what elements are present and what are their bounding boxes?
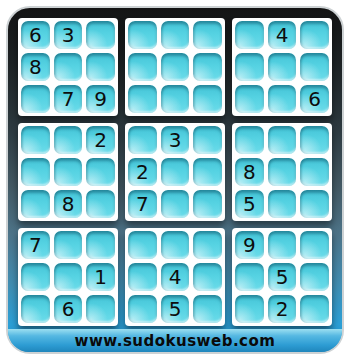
cell-r5c6[interactable] (193, 158, 222, 186)
cell-digit: 4 (276, 25, 289, 45)
cell-digit: 5 (276, 267, 289, 287)
cell-r8c4[interactable] (128, 263, 157, 291)
cell-r2c5[interactable] (161, 53, 190, 81)
cell-r1c6[interactable] (193, 21, 222, 49)
cell-r8c1[interactable] (21, 263, 50, 291)
cell-digit: 8 (29, 57, 42, 77)
cell-r3c2[interactable]: 7 (54, 85, 83, 113)
cell-digit: 2 (94, 130, 107, 150)
box-2 (125, 18, 225, 116)
cell-r2c2[interactable] (54, 53, 83, 81)
cell-r8c5[interactable]: 4 (161, 263, 190, 291)
cell-digit: 3 (62, 25, 75, 45)
cell-r8c7[interactable] (235, 263, 264, 291)
website-footer: www.sudokusweb.com (8, 329, 342, 352)
cell-r1c5[interactable] (161, 21, 190, 49)
cell-r9c4[interactable] (128, 295, 157, 323)
cell-r7c6[interactable] (193, 231, 222, 259)
box-7: 716 (18, 228, 118, 326)
cell-digit: 7 (136, 194, 149, 214)
cell-r8c9[interactable] (300, 263, 329, 291)
cell-r1c4[interactable] (128, 21, 157, 49)
cell-r7c8[interactable] (268, 231, 297, 259)
cell-r5c5[interactable] (161, 158, 190, 186)
cell-r9c9[interactable] (300, 295, 329, 323)
cell-r9c5[interactable]: 5 (161, 295, 190, 323)
cell-r4c4[interactable] (128, 126, 157, 154)
cell-r1c9[interactable] (300, 21, 329, 49)
box-9: 952 (232, 228, 332, 326)
cell-r8c3[interactable]: 1 (86, 263, 115, 291)
cell-r3c9[interactable]: 6 (300, 85, 329, 113)
cell-r5c7[interactable]: 8 (235, 158, 264, 186)
cell-digit: 6 (29, 25, 42, 45)
cell-r1c3[interactable] (86, 21, 115, 49)
cell-r2c7[interactable] (235, 53, 264, 81)
cell-digit: 2 (276, 299, 289, 319)
cell-r5c4[interactable]: 2 (128, 158, 157, 186)
cell-digit: 7 (62, 89, 75, 109)
cell-r7c9[interactable] (300, 231, 329, 259)
cell-r6c3[interactable] (86, 190, 115, 218)
cell-r6c6[interactable] (193, 190, 222, 218)
cell-digit: 1 (94, 267, 107, 287)
cell-digit: 6 (308, 89, 321, 109)
cell-r9c6[interactable] (193, 295, 222, 323)
cell-r6c2[interactable]: 8 (54, 190, 83, 218)
cell-r5c8[interactable] (268, 158, 297, 186)
cell-r6c8[interactable] (268, 190, 297, 218)
cell-r2c4[interactable] (128, 53, 157, 81)
box-1: 63879 (18, 18, 118, 116)
cell-r4c5[interactable]: 3 (161, 126, 190, 154)
cell-r1c7[interactable] (235, 21, 264, 49)
cell-r3c1[interactable] (21, 85, 50, 113)
cell-r7c3[interactable] (86, 231, 115, 259)
cell-r9c3[interactable] (86, 295, 115, 323)
cell-r2c3[interactable] (86, 53, 115, 81)
sudoku-board-frame: 6387946283278571645952 www.sudokusweb.co… (6, 6, 344, 354)
box-3: 46 (232, 18, 332, 116)
box-6: 85 (232, 123, 332, 221)
cell-digit: 8 (62, 194, 75, 214)
cell-r7c2[interactable] (54, 231, 83, 259)
sudoku-grid: 6387946283278571645952 (18, 18, 332, 326)
cell-r3c8[interactable] (268, 85, 297, 113)
cell-r7c7[interactable]: 9 (235, 231, 264, 259)
cell-r4c6[interactable] (193, 126, 222, 154)
cell-digit: 4 (169, 267, 182, 287)
cell-r9c8[interactable]: 2 (268, 295, 297, 323)
cell-digit: 2 (136, 162, 149, 182)
cell-r9c7[interactable] (235, 295, 264, 323)
cell-r1c1[interactable]: 6 (21, 21, 50, 49)
cell-r8c2[interactable] (54, 263, 83, 291)
cell-r9c2[interactable]: 6 (54, 295, 83, 323)
cell-digit: 9 (94, 89, 107, 109)
cell-r1c2[interactable]: 3 (54, 21, 83, 49)
cell-r4c8[interactable] (268, 126, 297, 154)
box-5: 327 (125, 123, 225, 221)
cell-r4c3[interactable]: 2 (86, 126, 115, 154)
cell-r5c1[interactable] (21, 158, 50, 186)
cell-r5c3[interactable] (86, 158, 115, 186)
cell-r5c9[interactable] (300, 158, 329, 186)
cell-r4c9[interactable] (300, 126, 329, 154)
cell-r7c5[interactable] (161, 231, 190, 259)
cell-r5c2[interactable] (54, 158, 83, 186)
box-8: 45 (125, 228, 225, 326)
cell-digit: 6 (62, 299, 75, 319)
cell-r4c7[interactable] (235, 126, 264, 154)
cell-r6c9[interactable] (300, 190, 329, 218)
cell-r8c8[interactable]: 5 (268, 263, 297, 291)
cell-r3c7[interactable] (235, 85, 264, 113)
cell-r2c9[interactable] (300, 53, 329, 81)
cell-digit: 9 (243, 235, 256, 255)
cell-r6c7[interactable]: 5 (235, 190, 264, 218)
cell-r3c5[interactable] (161, 85, 190, 113)
cell-r6c5[interactable] (161, 190, 190, 218)
cell-r3c6[interactable] (193, 85, 222, 113)
cell-digit: 8 (243, 162, 256, 182)
cell-r4c1[interactable] (21, 126, 50, 154)
cell-r3c4[interactable] (128, 85, 157, 113)
cell-r4c2[interactable] (54, 126, 83, 154)
cell-r7c4[interactable] (128, 231, 157, 259)
cell-r2c6[interactable] (193, 53, 222, 81)
cell-r6c1[interactable] (21, 190, 50, 218)
cell-r9c1[interactable] (21, 295, 50, 323)
cell-r7c1[interactable]: 7 (21, 231, 50, 259)
cell-r2c1[interactable]: 8 (21, 53, 50, 81)
cell-r2c8[interactable] (268, 53, 297, 81)
website-label: www.sudokusweb.com (75, 332, 276, 350)
cell-digit: 7 (29, 235, 42, 255)
box-4: 28 (18, 123, 118, 221)
cell-r8c6[interactable] (193, 263, 222, 291)
cell-digit: 5 (243, 194, 256, 214)
cell-r6c4[interactable]: 7 (128, 190, 157, 218)
cell-r1c8[interactable]: 4 (268, 21, 297, 49)
cell-r3c3[interactable]: 9 (86, 85, 115, 113)
cell-digit: 3 (169, 130, 182, 150)
cell-digit: 5 (169, 299, 182, 319)
